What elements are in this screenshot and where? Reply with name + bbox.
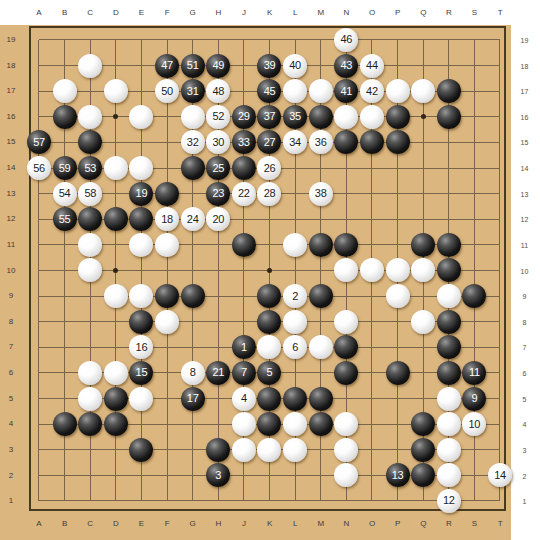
intersection-J4[interactable] bbox=[231, 411, 257, 437]
intersection-G14[interactable] bbox=[180, 155, 206, 181]
intersection-T5[interactable] bbox=[487, 386, 513, 412]
intersection-T11[interactable] bbox=[487, 232, 513, 258]
intersection-P4[interactable] bbox=[385, 411, 411, 437]
intersection-J12[interactable] bbox=[231, 206, 257, 232]
intersection-K15[interactable]: 27 bbox=[257, 130, 283, 156]
intersection-Q13[interactable] bbox=[410, 181, 436, 207]
intersection-P14[interactable] bbox=[385, 155, 411, 181]
intersection-H14[interactable]: 25 bbox=[205, 155, 231, 181]
intersection-D13[interactable] bbox=[103, 181, 129, 207]
intersection-B14[interactable]: 59 bbox=[52, 155, 78, 181]
intersection-O15[interactable] bbox=[359, 130, 385, 156]
intersection-S3[interactable] bbox=[462, 437, 488, 463]
intersection-G1[interactable] bbox=[180, 488, 206, 514]
intersection-O16[interactable] bbox=[359, 104, 385, 130]
intersection-C11[interactable] bbox=[77, 232, 103, 258]
intersection-T7[interactable] bbox=[487, 335, 513, 361]
intersection-F9[interactable] bbox=[154, 283, 180, 309]
intersection-G7[interactable] bbox=[180, 335, 206, 361]
intersection-T19[interactable] bbox=[487, 27, 513, 53]
intersection-O17[interactable]: 42 bbox=[359, 78, 385, 104]
intersection-C17[interactable] bbox=[77, 78, 103, 104]
intersection-N8[interactable] bbox=[334, 309, 360, 335]
intersection-G9[interactable] bbox=[180, 283, 206, 309]
intersection-C10[interactable] bbox=[77, 258, 103, 284]
intersection-B19[interactable] bbox=[52, 27, 78, 53]
intersection-S16[interactable] bbox=[462, 104, 488, 130]
intersection-C4[interactable] bbox=[77, 411, 103, 437]
intersection-E3[interactable] bbox=[129, 437, 155, 463]
intersection-H18[interactable]: 49 bbox=[205, 53, 231, 79]
intersection-L12[interactable] bbox=[282, 206, 308, 232]
intersection-G11[interactable] bbox=[180, 232, 206, 258]
intersection-T3[interactable] bbox=[487, 437, 513, 463]
intersection-Q17[interactable] bbox=[410, 78, 436, 104]
intersection-F18[interactable]: 47 bbox=[154, 53, 180, 79]
intersection-C2[interactable] bbox=[77, 463, 103, 489]
intersection-H9[interactable] bbox=[205, 283, 231, 309]
intersection-G8[interactable] bbox=[180, 309, 206, 335]
intersection-R2[interactable] bbox=[436, 463, 462, 489]
intersection-T16[interactable] bbox=[487, 104, 513, 130]
intersection-E1[interactable] bbox=[129, 488, 155, 514]
intersection-J5[interactable]: 4 bbox=[231, 386, 257, 412]
intersection-B17[interactable] bbox=[52, 78, 78, 104]
intersection-E11[interactable] bbox=[129, 232, 155, 258]
intersection-N2[interactable] bbox=[334, 463, 360, 489]
intersection-R1[interactable]: 12 bbox=[436, 488, 462, 514]
intersection-F7[interactable] bbox=[154, 335, 180, 361]
intersection-N15[interactable] bbox=[334, 130, 360, 156]
intersection-F5[interactable] bbox=[154, 386, 180, 412]
intersection-F2[interactable] bbox=[154, 463, 180, 489]
intersection-A2[interactable] bbox=[26, 463, 52, 489]
intersection-K1[interactable] bbox=[257, 488, 283, 514]
intersection-R5[interactable] bbox=[436, 386, 462, 412]
intersection-D7[interactable] bbox=[103, 335, 129, 361]
intersection-R3[interactable] bbox=[436, 437, 462, 463]
intersection-J19[interactable] bbox=[231, 27, 257, 53]
intersection-B11[interactable] bbox=[52, 232, 78, 258]
intersection-P2[interactable]: 13 bbox=[385, 463, 411, 489]
intersection-S5[interactable]: 9 bbox=[462, 386, 488, 412]
intersection-J18[interactable] bbox=[231, 53, 257, 79]
intersection-J13[interactable]: 22 bbox=[231, 181, 257, 207]
intersection-Q3[interactable] bbox=[410, 437, 436, 463]
intersection-M4[interactable] bbox=[308, 411, 334, 437]
intersection-R14[interactable] bbox=[436, 155, 462, 181]
intersection-P9[interactable] bbox=[385, 283, 411, 309]
intersection-J6[interactable]: 7 bbox=[231, 360, 257, 386]
intersection-R9[interactable] bbox=[436, 283, 462, 309]
intersection-R17[interactable] bbox=[436, 78, 462, 104]
intersection-A15[interactable]: 57 bbox=[26, 130, 52, 156]
intersection-G2[interactable] bbox=[180, 463, 206, 489]
intersection-O3[interactable] bbox=[359, 437, 385, 463]
intersection-O9[interactable] bbox=[359, 283, 385, 309]
intersection-E17[interactable] bbox=[129, 78, 155, 104]
intersection-C5[interactable] bbox=[77, 386, 103, 412]
intersection-C3[interactable] bbox=[77, 437, 103, 463]
intersection-H15[interactable]: 30 bbox=[205, 130, 231, 156]
intersection-E6[interactable]: 15 bbox=[129, 360, 155, 386]
intersection-Q10[interactable] bbox=[410, 258, 436, 284]
intersection-P10[interactable] bbox=[385, 258, 411, 284]
intersection-G6[interactable]: 8 bbox=[180, 360, 206, 386]
intersection-K12[interactable] bbox=[257, 206, 283, 232]
intersection-F1[interactable] bbox=[154, 488, 180, 514]
intersection-E2[interactable] bbox=[129, 463, 155, 489]
intersection-T6[interactable] bbox=[487, 360, 513, 386]
intersection-O12[interactable] bbox=[359, 206, 385, 232]
intersection-L11[interactable] bbox=[282, 232, 308, 258]
intersection-K7[interactable] bbox=[257, 335, 283, 361]
intersection-F14[interactable] bbox=[154, 155, 180, 181]
intersection-T9[interactable] bbox=[487, 283, 513, 309]
intersection-O10[interactable] bbox=[359, 258, 385, 284]
intersection-N14[interactable] bbox=[334, 155, 360, 181]
intersection-M3[interactable] bbox=[308, 437, 334, 463]
intersection-H13[interactable]: 23 bbox=[205, 181, 231, 207]
intersection-F15[interactable] bbox=[154, 130, 180, 156]
intersection-O2[interactable] bbox=[359, 463, 385, 489]
intersection-S14[interactable] bbox=[462, 155, 488, 181]
intersection-L2[interactable] bbox=[282, 463, 308, 489]
intersection-B9[interactable] bbox=[52, 283, 78, 309]
intersection-F13[interactable] bbox=[154, 181, 180, 207]
intersection-D14[interactable] bbox=[103, 155, 129, 181]
intersection-D8[interactable] bbox=[103, 309, 129, 335]
intersection-L16[interactable]: 35 bbox=[282, 104, 308, 130]
intersection-B18[interactable] bbox=[52, 53, 78, 79]
intersection-P3[interactable] bbox=[385, 437, 411, 463]
intersection-P11[interactable] bbox=[385, 232, 411, 258]
intersection-G19[interactable] bbox=[180, 27, 206, 53]
intersection-M16[interactable] bbox=[308, 104, 334, 130]
intersection-K6[interactable]: 5 bbox=[257, 360, 283, 386]
intersection-P19[interactable] bbox=[385, 27, 411, 53]
intersection-G5[interactable]: 17 bbox=[180, 386, 206, 412]
intersection-C13[interactable]: 58 bbox=[77, 181, 103, 207]
intersection-J10[interactable] bbox=[231, 258, 257, 284]
intersection-B7[interactable] bbox=[52, 335, 78, 361]
intersection-Q4[interactable] bbox=[410, 411, 436, 437]
intersection-H1[interactable] bbox=[205, 488, 231, 514]
intersection-E15[interactable] bbox=[129, 130, 155, 156]
intersection-M10[interactable] bbox=[308, 258, 334, 284]
intersection-N6[interactable] bbox=[334, 360, 360, 386]
intersection-B1[interactable] bbox=[52, 488, 78, 514]
intersection-L18[interactable]: 40 bbox=[282, 53, 308, 79]
intersection-S11[interactable] bbox=[462, 232, 488, 258]
intersection-N16[interactable] bbox=[334, 104, 360, 130]
intersection-D12[interactable] bbox=[103, 206, 129, 232]
intersection-K9[interactable] bbox=[257, 283, 283, 309]
intersection-Q5[interactable] bbox=[410, 386, 436, 412]
intersection-S4[interactable]: 10 bbox=[462, 411, 488, 437]
intersection-D16[interactable] bbox=[103, 104, 129, 130]
intersection-N12[interactable] bbox=[334, 206, 360, 232]
intersection-J15[interactable]: 33 bbox=[231, 130, 257, 156]
intersection-L4[interactable] bbox=[282, 411, 308, 437]
intersection-H4[interactable] bbox=[205, 411, 231, 437]
intersection-D1[interactable] bbox=[103, 488, 129, 514]
intersection-D10[interactable] bbox=[103, 258, 129, 284]
intersection-D2[interactable] bbox=[103, 463, 129, 489]
intersection-P1[interactable] bbox=[385, 488, 411, 514]
intersection-R19[interactable] bbox=[436, 27, 462, 53]
intersection-K2[interactable] bbox=[257, 463, 283, 489]
intersection-J1[interactable] bbox=[231, 488, 257, 514]
intersection-P17[interactable] bbox=[385, 78, 411, 104]
intersection-S8[interactable] bbox=[462, 309, 488, 335]
intersection-O19[interactable] bbox=[359, 27, 385, 53]
intersection-L8[interactable] bbox=[282, 309, 308, 335]
intersection-C7[interactable] bbox=[77, 335, 103, 361]
intersection-M18[interactable] bbox=[308, 53, 334, 79]
intersection-E7[interactable]: 16 bbox=[129, 335, 155, 361]
intersection-A16[interactable] bbox=[26, 104, 52, 130]
intersection-B12[interactable]: 55 bbox=[52, 206, 78, 232]
intersection-A14[interactable]: 56 bbox=[26, 155, 52, 181]
intersection-H19[interactable] bbox=[205, 27, 231, 53]
intersection-H7[interactable] bbox=[205, 335, 231, 361]
intersection-L3[interactable] bbox=[282, 437, 308, 463]
intersection-N10[interactable] bbox=[334, 258, 360, 284]
intersection-J8[interactable] bbox=[231, 309, 257, 335]
intersection-D6[interactable] bbox=[103, 360, 129, 386]
intersection-H16[interactable]: 52 bbox=[205, 104, 231, 130]
intersection-S2[interactable] bbox=[462, 463, 488, 489]
intersection-K8[interactable] bbox=[257, 309, 283, 335]
intersection-E19[interactable] bbox=[129, 27, 155, 53]
intersection-Q2[interactable] bbox=[410, 463, 436, 489]
intersection-K4[interactable] bbox=[257, 411, 283, 437]
intersection-A11[interactable] bbox=[26, 232, 52, 258]
intersection-L6[interactable] bbox=[282, 360, 308, 386]
intersection-P7[interactable] bbox=[385, 335, 411, 361]
intersection-D3[interactable] bbox=[103, 437, 129, 463]
intersection-H6[interactable]: 21 bbox=[205, 360, 231, 386]
intersection-J14[interactable] bbox=[231, 155, 257, 181]
intersection-A17[interactable] bbox=[26, 78, 52, 104]
intersection-D19[interactable] bbox=[103, 27, 129, 53]
intersection-D5[interactable] bbox=[103, 386, 129, 412]
intersection-N11[interactable] bbox=[334, 232, 360, 258]
intersection-R15[interactable] bbox=[436, 130, 462, 156]
intersection-B13[interactable]: 54 bbox=[52, 181, 78, 207]
intersection-C12[interactable] bbox=[77, 206, 103, 232]
intersection-M19[interactable] bbox=[308, 27, 334, 53]
intersection-Q18[interactable] bbox=[410, 53, 436, 79]
intersection-M6[interactable] bbox=[308, 360, 334, 386]
intersection-P16[interactable] bbox=[385, 104, 411, 130]
intersection-E9[interactable] bbox=[129, 283, 155, 309]
intersection-Q11[interactable] bbox=[410, 232, 436, 258]
intersection-A5[interactable] bbox=[26, 386, 52, 412]
intersection-E5[interactable] bbox=[129, 386, 155, 412]
intersection-A3[interactable] bbox=[26, 437, 52, 463]
intersection-S19[interactable] bbox=[462, 27, 488, 53]
intersection-F8[interactable] bbox=[154, 309, 180, 335]
intersection-Q12[interactable] bbox=[410, 206, 436, 232]
intersection-T15[interactable] bbox=[487, 130, 513, 156]
intersection-F3[interactable] bbox=[154, 437, 180, 463]
intersection-R7[interactable] bbox=[436, 335, 462, 361]
intersection-A6[interactable] bbox=[26, 360, 52, 386]
intersection-L15[interactable]: 34 bbox=[282, 130, 308, 156]
intersection-F19[interactable] bbox=[154, 27, 180, 53]
intersection-K13[interactable]: 28 bbox=[257, 181, 283, 207]
intersection-Q8[interactable] bbox=[410, 309, 436, 335]
intersection-L13[interactable] bbox=[282, 181, 308, 207]
intersection-L19[interactable] bbox=[282, 27, 308, 53]
intersection-L1[interactable] bbox=[282, 488, 308, 514]
intersection-A18[interactable] bbox=[26, 53, 52, 79]
intersection-P18[interactable] bbox=[385, 53, 411, 79]
intersection-D4[interactable] bbox=[103, 411, 129, 437]
intersection-M15[interactable]: 36 bbox=[308, 130, 334, 156]
intersection-L5[interactable] bbox=[282, 386, 308, 412]
intersection-C19[interactable] bbox=[77, 27, 103, 53]
intersection-G3[interactable] bbox=[180, 437, 206, 463]
intersection-S15[interactable] bbox=[462, 130, 488, 156]
intersection-Q15[interactable] bbox=[410, 130, 436, 156]
intersection-A13[interactable] bbox=[26, 181, 52, 207]
intersection-E10[interactable] bbox=[129, 258, 155, 284]
intersection-G4[interactable] bbox=[180, 411, 206, 437]
intersection-O6[interactable] bbox=[359, 360, 385, 386]
intersection-S12[interactable] bbox=[462, 206, 488, 232]
intersection-J17[interactable] bbox=[231, 78, 257, 104]
intersection-O14[interactable] bbox=[359, 155, 385, 181]
intersection-T18[interactable] bbox=[487, 53, 513, 79]
intersection-L9[interactable]: 2 bbox=[282, 283, 308, 309]
intersection-E4[interactable] bbox=[129, 411, 155, 437]
intersection-A10[interactable] bbox=[26, 258, 52, 284]
intersection-G12[interactable]: 24 bbox=[180, 206, 206, 232]
intersection-R11[interactable] bbox=[436, 232, 462, 258]
intersection-K17[interactable]: 45 bbox=[257, 78, 283, 104]
intersection-F11[interactable] bbox=[154, 232, 180, 258]
intersection-Q14[interactable] bbox=[410, 155, 436, 181]
intersection-N7[interactable] bbox=[334, 335, 360, 361]
intersection-P5[interactable] bbox=[385, 386, 411, 412]
intersection-G18[interactable]: 51 bbox=[180, 53, 206, 79]
intersection-H8[interactable] bbox=[205, 309, 231, 335]
intersection-H5[interactable] bbox=[205, 386, 231, 412]
intersection-T4[interactable] bbox=[487, 411, 513, 437]
intersection-F6[interactable] bbox=[154, 360, 180, 386]
intersection-C15[interactable] bbox=[77, 130, 103, 156]
intersection-C8[interactable] bbox=[77, 309, 103, 335]
intersection-S1[interactable] bbox=[462, 488, 488, 514]
intersection-G15[interactable]: 32 bbox=[180, 130, 206, 156]
intersection-F17[interactable]: 50 bbox=[154, 78, 180, 104]
intersection-B5[interactable] bbox=[52, 386, 78, 412]
intersection-J11[interactable] bbox=[231, 232, 257, 258]
intersection-M13[interactable]: 38 bbox=[308, 181, 334, 207]
intersection-Q6[interactable] bbox=[410, 360, 436, 386]
intersection-N3[interactable] bbox=[334, 437, 360, 463]
intersection-M2[interactable] bbox=[308, 463, 334, 489]
intersection-B4[interactable] bbox=[52, 411, 78, 437]
intersection-M12[interactable] bbox=[308, 206, 334, 232]
intersection-B16[interactable] bbox=[52, 104, 78, 130]
intersection-B6[interactable] bbox=[52, 360, 78, 386]
intersection-M8[interactable] bbox=[308, 309, 334, 335]
intersection-K10[interactable] bbox=[257, 258, 283, 284]
intersection-H11[interactable] bbox=[205, 232, 231, 258]
intersection-B10[interactable] bbox=[52, 258, 78, 284]
intersection-N1[interactable] bbox=[334, 488, 360, 514]
intersection-S10[interactable] bbox=[462, 258, 488, 284]
intersection-A4[interactable] bbox=[26, 411, 52, 437]
intersection-M14[interactable] bbox=[308, 155, 334, 181]
intersection-P12[interactable] bbox=[385, 206, 411, 232]
intersection-E12[interactable] bbox=[129, 206, 155, 232]
intersection-R10[interactable] bbox=[436, 258, 462, 284]
intersection-S9[interactable] bbox=[462, 283, 488, 309]
intersection-T1[interactable] bbox=[487, 488, 513, 514]
intersection-H3[interactable] bbox=[205, 437, 231, 463]
intersection-B8[interactable] bbox=[52, 309, 78, 335]
intersection-L7[interactable]: 6 bbox=[282, 335, 308, 361]
intersection-Q9[interactable] bbox=[410, 283, 436, 309]
intersection-N19[interactable]: 46 bbox=[334, 27, 360, 53]
intersection-P13[interactable] bbox=[385, 181, 411, 207]
intersection-R8[interactable] bbox=[436, 309, 462, 335]
intersection-O7[interactable] bbox=[359, 335, 385, 361]
intersection-R13[interactable] bbox=[436, 181, 462, 207]
intersection-Q19[interactable] bbox=[410, 27, 436, 53]
intersection-K14[interactable]: 26 bbox=[257, 155, 283, 181]
intersection-P8[interactable] bbox=[385, 309, 411, 335]
intersection-A12[interactable] bbox=[26, 206, 52, 232]
intersection-D11[interactable] bbox=[103, 232, 129, 258]
intersection-M9[interactable] bbox=[308, 283, 334, 309]
intersection-A8[interactable] bbox=[26, 309, 52, 335]
intersection-C6[interactable] bbox=[77, 360, 103, 386]
intersection-B15[interactable] bbox=[52, 130, 78, 156]
intersection-H12[interactable]: 20 bbox=[205, 206, 231, 232]
intersection-C14[interactable]: 53 bbox=[77, 155, 103, 181]
intersection-S6[interactable]: 11 bbox=[462, 360, 488, 386]
intersection-T13[interactable] bbox=[487, 181, 513, 207]
intersection-P6[interactable] bbox=[385, 360, 411, 386]
intersection-E13[interactable]: 19 bbox=[129, 181, 155, 207]
intersection-G13[interactable] bbox=[180, 181, 206, 207]
intersection-A19[interactable] bbox=[26, 27, 52, 53]
intersection-B2[interactable] bbox=[52, 463, 78, 489]
intersection-K5[interactable] bbox=[257, 386, 283, 412]
intersection-J3[interactable] bbox=[231, 437, 257, 463]
intersection-D15[interactable] bbox=[103, 130, 129, 156]
intersection-O18[interactable]: 44 bbox=[359, 53, 385, 79]
intersection-R6[interactable] bbox=[436, 360, 462, 386]
intersection-O1[interactable] bbox=[359, 488, 385, 514]
intersection-A1[interactable] bbox=[26, 488, 52, 514]
intersection-C18[interactable] bbox=[77, 53, 103, 79]
intersection-R16[interactable] bbox=[436, 104, 462, 130]
intersection-G16[interactable] bbox=[180, 104, 206, 130]
intersection-N17[interactable]: 41 bbox=[334, 78, 360, 104]
intersection-O4[interactable] bbox=[359, 411, 385, 437]
intersection-F16[interactable] bbox=[154, 104, 180, 130]
intersection-H10[interactable] bbox=[205, 258, 231, 284]
intersection-J7[interactable]: 1 bbox=[231, 335, 257, 361]
intersection-F4[interactable] bbox=[154, 411, 180, 437]
